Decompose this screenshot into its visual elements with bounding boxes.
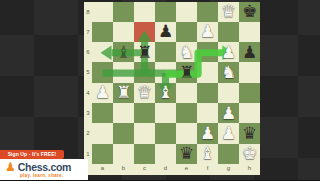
board-pieces: ♛♚♟♟♝♜♞♟♟♜♞♟♜♛♝♟♟♟♛♛♝♚ bbox=[92, 2, 260, 164]
chesscom-pawn-icon: ♟ bbox=[5, 161, 16, 173]
piece-black-queen-e1[interactable]: ♛ bbox=[176, 144, 197, 164]
piece-black-queen-h2[interactable]: ♛ bbox=[239, 123, 260, 143]
rank-label-6: 6 bbox=[84, 42, 92, 62]
piece-white-rook-b4[interactable]: ♜ bbox=[113, 83, 134, 103]
file-label-e: e bbox=[176, 164, 197, 174]
file-label-f: f bbox=[197, 164, 218, 174]
rank-label-3: 3 bbox=[84, 103, 92, 123]
file-label-g: g bbox=[218, 164, 239, 174]
piece-black-rook-c6[interactable]: ♜ bbox=[134, 42, 155, 62]
piece-white-pawn-g3[interactable]: ♟ bbox=[218, 103, 239, 123]
piece-black-pawn-d7[interactable]: ♟ bbox=[155, 22, 176, 42]
file-label-b: b bbox=[113, 164, 134, 174]
rank-label-5: 5 bbox=[84, 62, 92, 82]
file-label-h: h bbox=[239, 164, 260, 174]
file-labels: abcdefgh bbox=[92, 164, 260, 174]
chess-board: 87654321 ♛♚♟♟♝♜♞♟♟♜♞♟♜♛♝♟♟♟♛♛♝♚ abcdefgh bbox=[84, 2, 260, 175]
piece-white-knight-e6[interactable]: ♞ bbox=[176, 42, 197, 62]
file-label-a: a bbox=[92, 164, 113, 174]
rank-label-8: 8 bbox=[84, 2, 92, 22]
piece-white-pawn-a4[interactable]: ♟ bbox=[92, 83, 113, 103]
piece-black-king-h8[interactable]: ♚ bbox=[239, 2, 260, 22]
rank-label-7: 7 bbox=[84, 22, 92, 42]
video-frame: 87654321 ♛♚♟♟♝♜♞♟♟♜♞♟♜♛♝♟♟♟♛♛♝♚ abcdefgh… bbox=[0, 0, 320, 180]
signup-button[interactable]: Sign Up - It's FREE! bbox=[0, 150, 64, 159]
piece-white-king-h1[interactable]: ♚ bbox=[239, 144, 260, 164]
piece-white-pawn-g6[interactable]: ♟ bbox=[218, 42, 239, 62]
chesscom-logo-text: Chess.com bbox=[18, 161, 71, 173]
piece-white-knight-g5[interactable]: ♞ bbox=[218, 62, 239, 82]
piece-white-pawn-f7[interactable]: ♟ bbox=[197, 22, 218, 42]
piece-white-queen-c4[interactable]: ♛ bbox=[134, 83, 155, 103]
rank-label-2: 2 bbox=[84, 123, 92, 143]
piece-black-bishop-b6[interactable]: ♝ bbox=[113, 42, 134, 62]
chesscom-tagline: play. learn. share. bbox=[20, 173, 88, 178]
rank-label-4: 4 bbox=[84, 83, 92, 103]
piece-white-pawn-f2[interactable]: ♟ bbox=[197, 123, 218, 143]
piece-black-rook-e5[interactable]: ♜ bbox=[176, 62, 197, 82]
piece-white-bishop-f1[interactable]: ♝ bbox=[197, 144, 218, 164]
piece-white-bishop-d4[interactable]: ♝ bbox=[155, 83, 176, 103]
piece-white-queen-g8[interactable]: ♛ bbox=[218, 2, 239, 22]
file-label-d: d bbox=[155, 164, 176, 174]
piece-black-pawn-h6[interactable]: ♟ bbox=[239, 42, 260, 62]
chesscom-logo-panel: ♟ Chess.com play. learn. share. bbox=[0, 159, 88, 181]
file-label-c: c bbox=[134, 164, 155, 174]
piece-white-pawn-g2[interactable]: ♟ bbox=[218, 123, 239, 143]
